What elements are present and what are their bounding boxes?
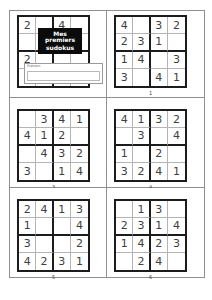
sudoku-cell: 3 — [19, 163, 36, 180]
panel-puzzle-1: 432231143341 1 — [107, 11, 204, 98]
sudoku-cell — [19, 34, 36, 51]
sudoku-cell: 2 — [168, 17, 185, 34]
sudoku-cell: 1 — [151, 34, 168, 51]
sudoku-cell: 2 — [19, 201, 36, 218]
sudoku-cell: 1 — [116, 236, 133, 253]
sudoku-cell — [168, 201, 185, 218]
sudoku-cell: 3 — [151, 111, 168, 128]
sudoku-cell: 2 — [133, 163, 150, 180]
sudoku-cell: 4 — [133, 236, 150, 253]
sudoku-cell: 3 — [19, 236, 36, 253]
sudoku-cell: 2 — [71, 236, 88, 253]
sudoku-cell: 2 — [36, 253, 53, 270]
sudoku-cell: 4 — [168, 128, 185, 145]
sudoku-cell: 4 — [133, 52, 150, 69]
sudoku-cell — [116, 128, 133, 145]
sudoku-cell: 2 — [116, 218, 133, 235]
sudoku-cell: 4 — [151, 69, 168, 86]
puzzle-number: 1 — [114, 90, 187, 96]
sudoku-cell: 2 — [54, 128, 71, 145]
sudoku-cell: 1 — [116, 146, 133, 163]
sudoku-cell: 1 — [133, 111, 150, 128]
sudoku-cell: 1 — [71, 111, 88, 128]
puzzle-number: 6 — [114, 274, 187, 280]
sudoku-cell: 3 — [168, 52, 185, 69]
sudoku-cell — [133, 146, 150, 163]
sudoku-cell: 3 — [133, 218, 150, 235]
sudoku-cell: 3 — [116, 163, 133, 180]
sudoku-cell: 2 — [151, 146, 168, 163]
sudoku-cell: 1 — [168, 163, 185, 180]
sudoku-cell: 3 — [133, 34, 150, 51]
sudoku-cell: 2 — [133, 253, 150, 270]
sudoku-cell — [133, 17, 150, 34]
name-field-label: Prénom — [27, 65, 40, 69]
name-field-box[interactable]: Prénom — [24, 63, 103, 84]
sudoku-grid-4: 413234123241 — [114, 109, 187, 182]
sudoku-cell: 4 — [36, 146, 53, 163]
panel-puzzle-3: 341412432314 3 — [10, 98, 107, 188]
sudoku-cell: 1 — [133, 201, 150, 218]
booklet-title-line2: sudokus — [46, 45, 74, 51]
sudoku-cell: 1 — [54, 201, 71, 218]
sudoku-cell — [168, 253, 185, 270]
sudoku-cell: 2 — [71, 146, 88, 163]
sudoku-cell: 2 — [19, 17, 36, 34]
sudoku-cell: 4 — [151, 163, 168, 180]
sudoku-cell: 4 — [36, 201, 53, 218]
sudoku-cell: 3 — [54, 146, 71, 163]
puzzle-number: 5 — [17, 274, 90, 280]
sudoku-cell: 4 — [71, 218, 88, 235]
sudoku-cell — [151, 128, 168, 145]
sudoku-cell — [133, 69, 150, 86]
sudoku-cell — [116, 253, 133, 270]
sudoku-cell: 4 — [168, 218, 185, 235]
sudoku-cell: 1 — [54, 163, 71, 180]
sudoku-cell: 4 — [19, 253, 36, 270]
sudoku-cell — [36, 218, 53, 235]
sudoku-cell: 3 — [36, 111, 53, 128]
sudoku-cell: 4 — [71, 163, 88, 180]
sudoku-cell: 1 — [71, 253, 88, 270]
sudoku-cell: 3 — [133, 128, 150, 145]
sudoku-cell — [19, 111, 36, 128]
sudoku-cell: 1 — [168, 69, 185, 86]
sudoku-cell: 4 — [151, 253, 168, 270]
sudoku-cell — [36, 163, 53, 180]
booklet-title-line1: Mes premiers — [38, 31, 82, 43]
sudoku-cell: 3 — [151, 201, 168, 218]
sudoku-cell: 2 — [116, 34, 133, 51]
sudoku-cell — [71, 128, 88, 145]
booklet-sheet: 242213 Mes premiers sudokus Prénom 43223… — [9, 10, 205, 278]
sudoku-cell: 4 — [116, 111, 133, 128]
sudoku-grid-3: 341412432314 — [17, 109, 90, 182]
sudoku-cell: 1 — [36, 128, 53, 145]
sudoku-cell — [151, 52, 168, 69]
panel-puzzle-5: 241314324231 5 — [10, 188, 107, 277]
panel-cover: 242213 Mes premiers sudokus Prénom — [10, 11, 107, 98]
sudoku-cell: 3 — [116, 69, 133, 86]
sudoku-cell: 3 — [54, 253, 71, 270]
sudoku-cell — [54, 218, 71, 235]
sudoku-cell: 4 — [116, 17, 133, 34]
booklet-title: Mes premiers sudokus — [38, 28, 82, 54]
sudoku-cell: 1 — [116, 52, 133, 69]
sudoku-cell: 2 — [151, 236, 168, 253]
sudoku-cell: 4 — [54, 111, 71, 128]
sudoku-cell: 1 — [19, 218, 36, 235]
sudoku-cell — [36, 236, 53, 253]
sudoku-cell: 2 — [168, 111, 185, 128]
sudoku-cell — [168, 146, 185, 163]
sudoku-cell — [168, 34, 185, 51]
sudoku-grid-5: 241314324231 — [17, 199, 90, 272]
name-write-area[interactable] — [27, 71, 100, 81]
sudoku-cell: 1 — [151, 218, 168, 235]
sudoku-cell: 3 — [168, 236, 185, 253]
sudoku-grid-6: 132314142324 — [114, 199, 187, 272]
sudoku-cell: 3 — [71, 201, 88, 218]
sudoku-cell — [116, 201, 133, 218]
sudoku-cell: 3 — [151, 17, 168, 34]
panel-puzzle-6: 132314142324 6 — [107, 188, 204, 277]
sudoku-cell — [54, 236, 71, 253]
panel-puzzle-4: 413234123241 4 — [107, 98, 204, 188]
sudoku-cell — [19, 146, 36, 163]
sudoku-cell: 4 — [19, 128, 36, 145]
sudoku-grid-1: 432231143341 — [114, 15, 187, 88]
